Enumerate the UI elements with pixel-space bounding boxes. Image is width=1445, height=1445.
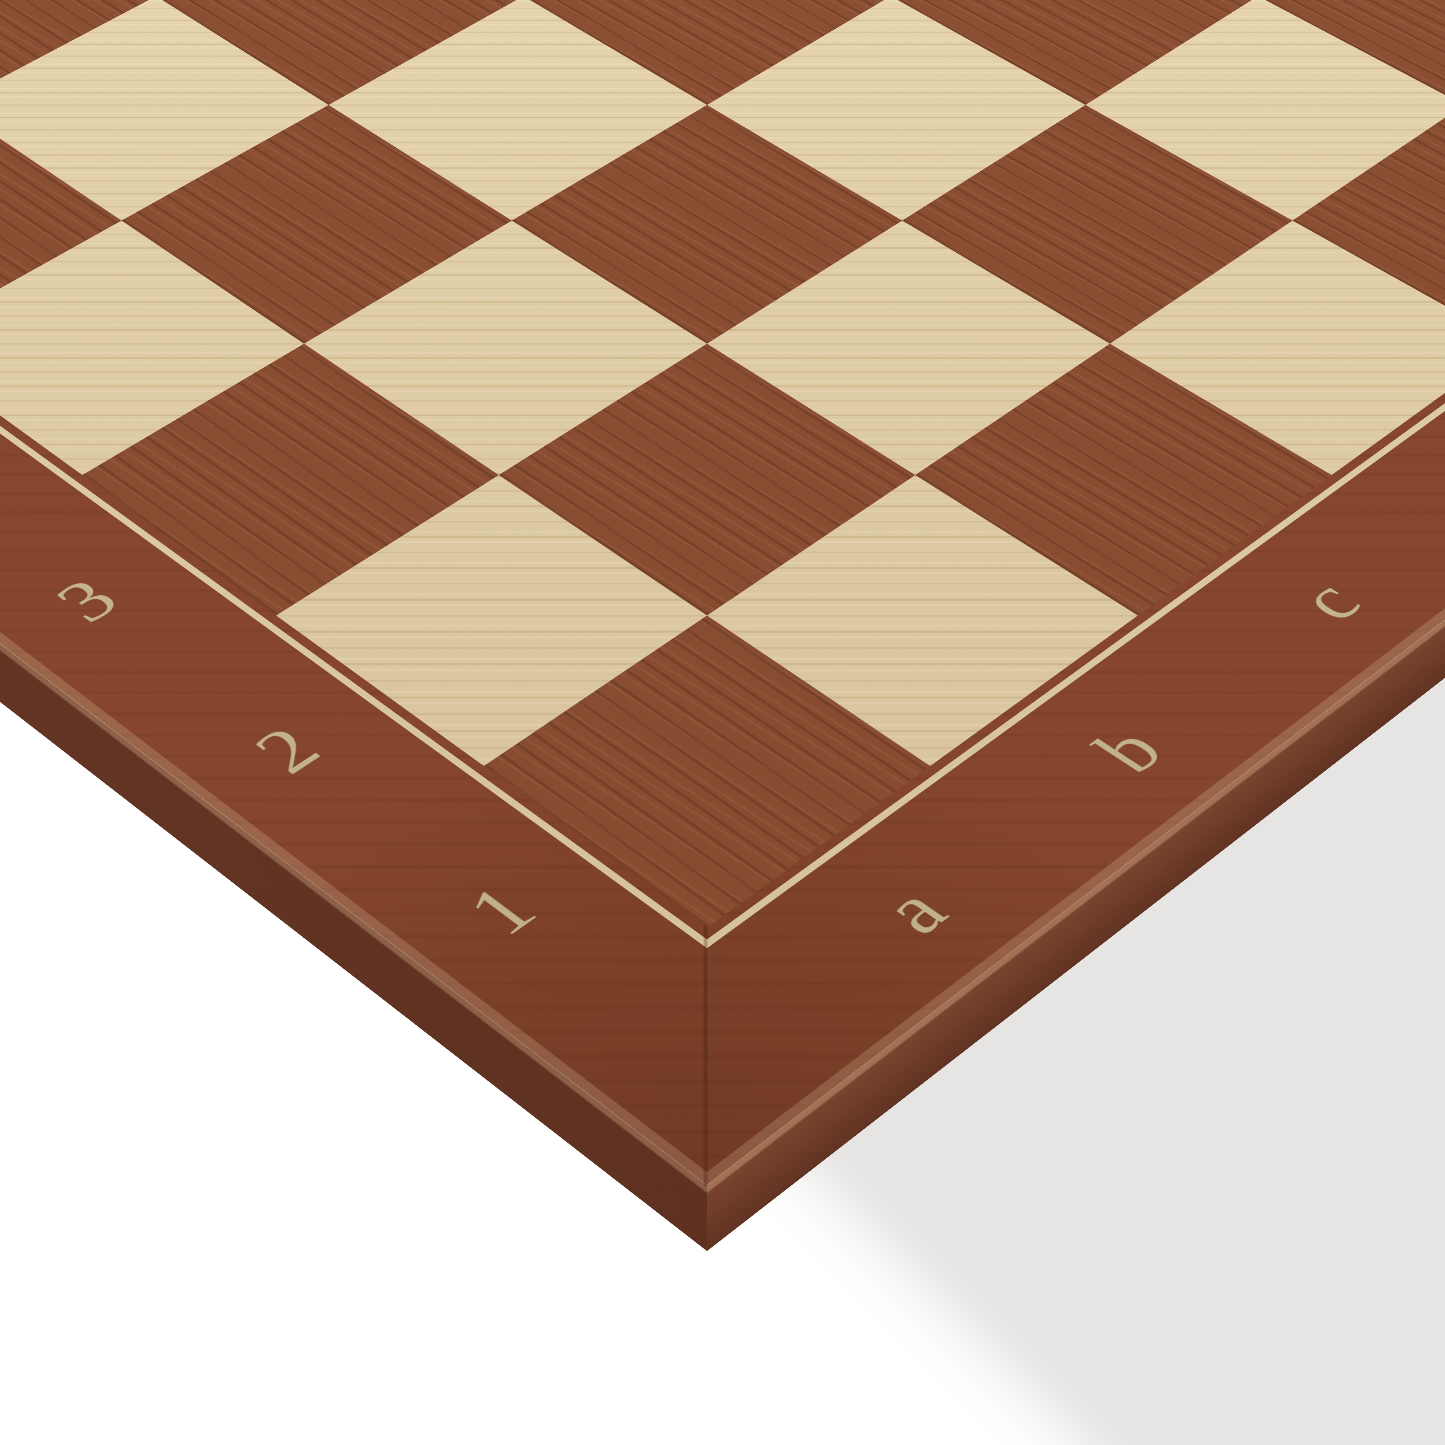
photo-stage: 87654321 abcdefgh — [0, 0, 1445, 1445]
frame-mitre-seam — [704, 925, 708, 1186]
